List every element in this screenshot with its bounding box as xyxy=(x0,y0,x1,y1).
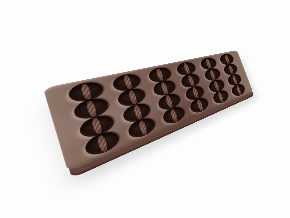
bean-crease xyxy=(97,134,109,153)
bean-crease xyxy=(122,75,132,90)
bean-crease xyxy=(205,58,212,69)
cavity-grid xyxy=(43,50,253,172)
bean-crease xyxy=(127,90,137,105)
bean-crease xyxy=(209,69,216,80)
bean-crease xyxy=(165,95,174,109)
bean-crease xyxy=(232,75,238,85)
bean-crease xyxy=(160,81,169,94)
bean-crease xyxy=(191,87,199,99)
bean-crease xyxy=(236,85,242,95)
bean-crease xyxy=(224,55,230,65)
bean-crease xyxy=(138,120,148,136)
bean-crease xyxy=(91,117,103,135)
bean-crease xyxy=(217,91,224,102)
chocolate-mold-tray xyxy=(43,50,253,172)
bean-crease xyxy=(228,65,234,75)
product-photo xyxy=(0,0,290,218)
bean-crease xyxy=(170,108,179,122)
bean-crease xyxy=(183,63,191,75)
bean-crease xyxy=(196,99,204,112)
bean-crease xyxy=(132,105,142,121)
bean-crease xyxy=(80,83,92,100)
bean-crease xyxy=(86,100,98,117)
bean-crease xyxy=(156,68,165,81)
bean-crease xyxy=(213,80,220,91)
bean-crease xyxy=(187,75,195,87)
